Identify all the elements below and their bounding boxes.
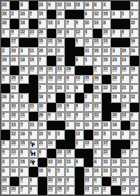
black-cell bbox=[84, 130, 93, 139]
white-cell[interactable]: 26 bbox=[38, 112, 47, 121]
white-cell[interactable]: 12 bbox=[75, 29, 84, 38]
white-cell[interactable]: 9 bbox=[47, 167, 56, 176]
white-cell[interactable]: 6 bbox=[19, 75, 28, 84]
cell-code-number: 24 bbox=[112, 67, 117, 72]
white-cell[interactable]: 15 bbox=[75, 1, 84, 10]
cell-code-number: 5 bbox=[76, 104, 79, 109]
white-cell[interactable]: 8 bbox=[65, 75, 74, 84]
white-cell[interactable]: 23 bbox=[56, 158, 65, 167]
white-cell[interactable]: 8 bbox=[19, 167, 28, 176]
cell-code-number: 9 bbox=[76, 20, 79, 25]
white-cell[interactable]: 4 bbox=[121, 75, 130, 84]
white-cell[interactable]: 15 bbox=[38, 121, 47, 130]
white-cell[interactable]: 15 bbox=[19, 158, 28, 167]
white-cell[interactable]: 14 bbox=[121, 112, 130, 121]
white-cell[interactable]: 3 bbox=[130, 29, 139, 38]
cell-code-number: 7 bbox=[94, 67, 97, 72]
white-cell[interactable]: 23 bbox=[47, 186, 56, 195]
white-cell[interactable]: 4 bbox=[93, 149, 102, 158]
white-cell[interactable]: 9 bbox=[75, 19, 84, 28]
white-cell[interactable]: 12 bbox=[93, 10, 102, 19]
white-cell[interactable]: 4 bbox=[111, 10, 120, 19]
white-cell[interactable]: 16 bbox=[121, 66, 130, 75]
white-cell[interactable]: 7 bbox=[1, 112, 10, 121]
cell-code-number: 10 bbox=[85, 20, 90, 25]
white-cell[interactable]: 15 bbox=[93, 84, 102, 93]
white-cell[interactable]: 18 bbox=[19, 19, 28, 28]
black-cell bbox=[111, 186, 120, 195]
white-cell[interactable]: 13 bbox=[47, 158, 56, 167]
white-cell[interactable]: 14 bbox=[121, 149, 130, 158]
white-cell[interactable]: 25 bbox=[10, 75, 19, 84]
cell-code-number: 16 bbox=[122, 67, 127, 72]
white-cell[interactable]: 4 bbox=[19, 93, 28, 102]
white-cell[interactable]: 6 bbox=[38, 149, 47, 158]
white-cell[interactable]: 8 bbox=[102, 19, 111, 28]
white-cell[interactable]: 6 bbox=[10, 93, 19, 102]
white-cell[interactable]: 7 bbox=[56, 167, 65, 176]
white-cell[interactable]: 16 bbox=[130, 38, 139, 47]
cell-code-number: 8 bbox=[2, 168, 5, 173]
white-cell[interactable]: 13 bbox=[84, 103, 93, 112]
white-cell[interactable]: 23 bbox=[56, 1, 65, 10]
cell-code-number: 15 bbox=[48, 85, 53, 90]
cell-code-number: 22 bbox=[131, 20, 136, 25]
white-cell[interactable]: 4 bbox=[56, 130, 65, 139]
white-cell[interactable]: 5 bbox=[29, 130, 38, 139]
white-cell[interactable]: 18 bbox=[38, 93, 47, 102]
black-cell bbox=[75, 93, 84, 102]
white-cell[interactable]: 6 bbox=[65, 29, 74, 38]
white-cell[interactable]: 21 bbox=[121, 84, 130, 93]
white-cell[interactable]: 1 bbox=[65, 121, 74, 130]
white-cell[interactable]: 13 bbox=[121, 158, 130, 167]
cell-code-number: 21 bbox=[48, 39, 53, 44]
white-cell[interactable]: 25 bbox=[121, 47, 130, 56]
white-cell[interactable]: 11 bbox=[84, 38, 93, 47]
white-cell[interactable]: 4 bbox=[1, 140, 10, 149]
black-cell bbox=[29, 112, 38, 121]
white-cell[interactable]: 24 bbox=[29, 66, 38, 75]
white-cell[interactable]: 5 bbox=[102, 130, 111, 139]
white-cell[interactable]: 22 bbox=[102, 84, 111, 93]
white-cell[interactable]: 2 bbox=[121, 130, 130, 139]
white-cell[interactable]: 15 bbox=[1, 10, 10, 19]
white-cell[interactable]: 14 bbox=[47, 19, 56, 28]
white-cell[interactable]: 8 bbox=[19, 149, 28, 158]
white-cell[interactable]: 6 bbox=[93, 56, 102, 65]
white-cell[interactable]: 2 bbox=[10, 10, 19, 19]
white-cell[interactable]: 6 bbox=[93, 177, 102, 186]
cell-code-number: 23 bbox=[2, 187, 7, 192]
white-cell[interactable]: 4 bbox=[65, 84, 74, 93]
white-cell[interactable]: 5 bbox=[65, 177, 74, 186]
white-cell[interactable]: 19 bbox=[47, 75, 56, 84]
cell-code-number: 4 bbox=[2, 159, 5, 164]
white-cell[interactable]: 13 bbox=[56, 112, 65, 121]
white-cell[interactable]: 20 bbox=[47, 66, 56, 75]
white-cell[interactable]: 15 bbox=[111, 93, 120, 102]
white-cell[interactable]: 20 bbox=[1, 1, 10, 10]
white-cell[interactable]: 4 bbox=[130, 1, 139, 10]
white-cell[interactable]: 5 bbox=[47, 93, 56, 102]
white-cell[interactable]: 13 bbox=[84, 140, 93, 149]
white-cell[interactable]: 9 bbox=[130, 75, 139, 84]
white-cell[interactable]: 24 bbox=[38, 1, 47, 10]
white-cell[interactable]: 9 bbox=[10, 29, 19, 38]
white-cell[interactable]: 19 bbox=[10, 47, 19, 56]
white-cell[interactable]: 7 bbox=[1, 75, 10, 84]
white-cell[interactable]: 11 bbox=[29, 47, 38, 56]
white-cell[interactable]: 21 bbox=[111, 177, 120, 186]
white-cell[interactable]: 16 bbox=[93, 75, 102, 84]
white-cell[interactable]: 26 bbox=[1, 19, 10, 28]
white-cell[interactable]: 15 bbox=[38, 167, 47, 176]
white-cell[interactable]: 4 bbox=[130, 140, 139, 149]
white-cell[interactable]: 6 bbox=[29, 177, 38, 186]
white-cell[interactable]: 25 bbox=[56, 186, 65, 195]
white-cell[interactable]: 9 bbox=[75, 158, 84, 167]
white-cell[interactable]: 8 bbox=[1, 121, 10, 130]
white-cell[interactable]: 23 bbox=[1, 186, 10, 195]
white-cell[interactable]: 2 bbox=[1, 47, 10, 56]
cell-code-number: 23 bbox=[57, 159, 62, 164]
white-cell[interactable]: 14 bbox=[19, 103, 28, 112]
white-cell[interactable]: 10 bbox=[38, 75, 47, 84]
black-cell bbox=[75, 47, 84, 56]
white-cell[interactable]: 23 bbox=[56, 103, 65, 112]
white-cell[interactable]: 24 bbox=[111, 56, 120, 65]
white-cell[interactable]: 15 bbox=[102, 29, 111, 38]
white-cell[interactable]: 8 bbox=[1, 167, 10, 176]
white-cell[interactable]: 12 bbox=[130, 177, 139, 186]
white-cell[interactable]: 23 bbox=[56, 75, 65, 84]
cell-code-number: 13 bbox=[85, 104, 90, 109]
cell-code-number: 14 bbox=[103, 122, 108, 127]
cell-code-number: 5 bbox=[66, 178, 69, 183]
white-cell[interactable]: 16 bbox=[84, 1, 93, 10]
white-cell[interactable]: 23 bbox=[38, 130, 47, 139]
white-cell[interactable]: 15 bbox=[102, 56, 111, 65]
white-cell[interactable]: 6 bbox=[84, 10, 93, 19]
white-cell[interactable]: 10 bbox=[10, 103, 19, 112]
white-cell[interactable]: 4 bbox=[84, 56, 93, 65]
white-cell[interactable]: 17 bbox=[10, 38, 19, 47]
white-cell[interactable]: 16 bbox=[111, 121, 120, 130]
white-cell[interactable]: 23 bbox=[56, 149, 65, 158]
white-cell[interactable]: 24 bbox=[111, 130, 120, 139]
white-cell[interactable]: 4 bbox=[65, 186, 74, 195]
white-cell[interactable]: 12 bbox=[93, 112, 102, 121]
cell-code-number: 4 bbox=[103, 2, 106, 7]
white-cell[interactable]: 10 bbox=[75, 75, 84, 84]
white-cell[interactable]: 16 bbox=[56, 177, 65, 186]
cell-code-number: 14 bbox=[122, 113, 127, 118]
white-cell[interactable]: 25 bbox=[121, 167, 130, 176]
white-cell[interactable]: 4 bbox=[84, 29, 93, 38]
white-cell[interactable]: 21 bbox=[47, 38, 56, 47]
white-cell[interactable]: 20 bbox=[121, 177, 130, 186]
white-cell[interactable]: 15 bbox=[93, 47, 102, 56]
cell-code-number: 8 bbox=[2, 122, 5, 127]
white-cell[interactable]: 25 bbox=[93, 121, 102, 130]
cell-code-number: 22 bbox=[76, 122, 81, 127]
black-cell bbox=[84, 66, 93, 75]
white-cell[interactable]: 25 bbox=[38, 47, 47, 56]
white-cell[interactable]: 12 bbox=[130, 93, 139, 102]
white-cell[interactable]: 7 bbox=[19, 186, 28, 195]
cell-code-number: 7 bbox=[30, 11, 33, 16]
white-cell[interactable]: 4 bbox=[102, 1, 111, 10]
white-cell[interactable]: 24 bbox=[130, 158, 139, 167]
white-cell[interactable]: 15 bbox=[47, 84, 56, 93]
white-cell[interactable]: 19 bbox=[1, 56, 10, 65]
white-cell[interactable]: 24 bbox=[84, 186, 93, 195]
white-cell[interactable]: 3 bbox=[10, 158, 19, 167]
white-cell[interactable]: 4 bbox=[111, 47, 120, 56]
white-cell[interactable]: 22 bbox=[102, 149, 111, 158]
white-cell[interactable]: 7 bbox=[19, 121, 28, 130]
white-cell[interactable]: 7 bbox=[93, 66, 102, 75]
white-cell[interactable]: 11 bbox=[93, 103, 102, 112]
white-cell[interactable]: 6 bbox=[130, 112, 139, 121]
white-cell[interactable]: 20 bbox=[130, 130, 139, 139]
white-cell[interactable]: 20 bbox=[10, 186, 19, 195]
black-cell bbox=[75, 10, 84, 19]
white-cell[interactable]: 10 bbox=[38, 103, 47, 112]
white-cell[interactable]: 15 bbox=[19, 140, 28, 149]
white-cell[interactable]: 11 bbox=[19, 112, 28, 121]
white-cell[interactable]: 18 bbox=[130, 66, 139, 75]
white-cell[interactable]: 24 bbox=[10, 140, 19, 149]
white-cell[interactable]: 8 bbox=[1, 103, 10, 112]
white-cell[interactable]: 21 bbox=[93, 93, 102, 102]
black-cell bbox=[10, 177, 19, 186]
white-cell[interactable]: 9 bbox=[47, 1, 56, 10]
white-cell[interactable]: 7 bbox=[38, 56, 47, 65]
white-cell[interactable]: 15 bbox=[38, 66, 47, 75]
white-cell[interactable]: 14 bbox=[102, 121, 111, 130]
white-cell[interactable]: 18 bbox=[121, 93, 130, 102]
white-cell[interactable]: 7 bbox=[38, 84, 47, 93]
white-cell[interactable]: 6 bbox=[75, 84, 84, 93]
white-cell[interactable]: 24 bbox=[10, 56, 19, 65]
white-cell[interactable]: 24 bbox=[93, 167, 102, 176]
white-cell[interactable]: 13 bbox=[102, 47, 111, 56]
black-cell bbox=[47, 10, 56, 19]
white-cell[interactable]: 4 bbox=[130, 167, 139, 176]
black-cell bbox=[102, 103, 111, 112]
white-cell[interactable]: 10 bbox=[111, 158, 120, 167]
white-cell[interactable]: 18 bbox=[56, 29, 65, 38]
white-cell[interactable]: 3 bbox=[130, 10, 139, 19]
white-cell[interactable]: 18 bbox=[19, 56, 28, 65]
white-cell[interactable]: 3 bbox=[121, 10, 130, 19]
white-cell[interactable]: 20 bbox=[56, 56, 65, 65]
white-cell[interactable]: 13 bbox=[10, 149, 19, 158]
cell-code-number: 3 bbox=[2, 30, 5, 35]
black-cell bbox=[65, 38, 74, 47]
white-cell[interactable]: 15 bbox=[65, 149, 74, 158]
white-cell[interactable]: 6 bbox=[121, 29, 130, 38]
white-cell[interactable]: 24 bbox=[47, 47, 56, 56]
white-cell[interactable]: 7 bbox=[65, 19, 74, 28]
white-cell[interactable]: 4 bbox=[1, 158, 10, 167]
white-cell[interactable]: 4 bbox=[19, 47, 28, 56]
white-cell[interactable]: 7 bbox=[19, 177, 28, 186]
cell-code-number: 16 bbox=[112, 122, 117, 127]
white-cell[interactable]: 20 bbox=[111, 75, 120, 84]
white-cell[interactable]: 5 bbox=[75, 103, 84, 112]
white-cell[interactable]: 23 bbox=[65, 1, 74, 10]
white-cell[interactable]: 3 bbox=[56, 47, 65, 56]
white-cell[interactable]: 10 bbox=[10, 167, 19, 176]
cell-code-number: 15 bbox=[39, 11, 44, 16]
white-cell[interactable]: 10 bbox=[84, 121, 93, 130]
cell-code-number: 11 bbox=[30, 48, 35, 53]
white-cell[interactable]: 26 bbox=[38, 29, 47, 38]
cell-code-number: 12 bbox=[131, 122, 136, 127]
white-cell[interactable]: 6 bbox=[38, 19, 47, 28]
white-cell[interactable]: 12 bbox=[102, 158, 111, 167]
white-cell[interactable]: 24 bbox=[93, 140, 102, 149]
white-cell[interactable]: 6 bbox=[93, 158, 102, 167]
white-cell[interactable]: 11 bbox=[84, 47, 93, 56]
white-cell[interactable]: 15 bbox=[19, 66, 28, 75]
white-cell[interactable]: 1 bbox=[65, 167, 74, 176]
black-cell bbox=[121, 19, 130, 28]
white-cell[interactable]: 4 bbox=[56, 19, 65, 28]
white-cell[interactable]: 9 bbox=[47, 130, 56, 139]
white-cell[interactable]: 15 bbox=[29, 56, 38, 65]
white-cell[interactable]: 11 bbox=[65, 158, 74, 167]
white-cell[interactable]: 3 bbox=[1, 29, 10, 38]
white-cell[interactable]: 24 bbox=[111, 167, 120, 176]
white-cell[interactable]: 24 bbox=[111, 66, 120, 75]
white-cell[interactable]: 13 bbox=[10, 121, 19, 130]
white-cell[interactable]: 23 bbox=[93, 186, 102, 195]
white-cell[interactable]: 6F bbox=[29, 140, 38, 149]
white-cell[interactable]: 22 bbox=[75, 121, 84, 130]
white-cell[interactable]: 12 bbox=[130, 121, 139, 130]
white-cell[interactable]: 15 bbox=[38, 10, 47, 19]
white-cell[interactable]: 4 bbox=[130, 84, 139, 93]
white-cell[interactable]: 20 bbox=[47, 177, 56, 186]
cell-code-number: 2 bbox=[11, 11, 14, 16]
white-cell[interactable]: 14 bbox=[121, 186, 130, 195]
white-cell[interactable]: 23 bbox=[29, 29, 38, 38]
white-cell[interactable]: 20 bbox=[56, 10, 65, 19]
white-cell[interactable]: 18 bbox=[65, 93, 74, 102]
white-cell[interactable]: 7 bbox=[29, 10, 38, 19]
cell-code-number: 7 bbox=[66, 20, 69, 25]
cell-code-number: 10 bbox=[11, 168, 16, 173]
white-cell[interactable]: 12 bbox=[102, 66, 111, 75]
white-cell[interactable]: 24 bbox=[84, 177, 93, 186]
cell-code-number: 12 bbox=[94, 11, 99, 16]
white-cell[interactable]: 12 bbox=[10, 130, 19, 139]
white-cell[interactable]: 8H bbox=[29, 149, 38, 158]
white-cell[interactable]: 5 bbox=[75, 38, 84, 47]
white-cell[interactable]: 11 bbox=[65, 112, 74, 121]
white-cell[interactable]: 20 bbox=[19, 10, 28, 19]
white-cell[interactable]: 26 bbox=[1, 93, 10, 102]
white-cell[interactable]: 15 bbox=[84, 75, 93, 84]
white-cell[interactable]: 8 bbox=[29, 186, 38, 195]
white-cell[interactable]: 13 bbox=[130, 186, 139, 195]
cell-code-number: 14 bbox=[122, 57, 127, 62]
white-cell[interactable]: 6 bbox=[75, 56, 84, 65]
white-cell[interactable]: 16 bbox=[19, 130, 28, 139]
white-cell[interactable]: 16 bbox=[56, 38, 65, 47]
white-cell[interactable]: 20 bbox=[111, 112, 120, 121]
white-cell[interactable]: 23 bbox=[111, 84, 120, 93]
white-cell[interactable]: 24Y bbox=[29, 158, 38, 167]
white-cell[interactable]: 22 bbox=[19, 29, 28, 38]
white-cell[interactable]: 26 bbox=[1, 66, 10, 75]
white-cell[interactable]: 23 bbox=[102, 167, 111, 176]
white-cell[interactable]: 14 bbox=[121, 56, 130, 65]
white-cell[interactable]: 8 bbox=[19, 1, 28, 10]
white-cell[interactable]: 23 bbox=[56, 84, 65, 93]
cell-code-number: 23 bbox=[66, 2, 71, 7]
black-cell bbox=[47, 149, 56, 158]
white-cell[interactable]: 5 bbox=[75, 112, 84, 121]
white-cell[interactable]: 15 bbox=[38, 38, 47, 47]
white-cell[interactable]: 16 bbox=[130, 47, 139, 56]
white-cell[interactable]: 14 bbox=[56, 66, 65, 75]
white-cell[interactable]: 7 bbox=[130, 149, 139, 158]
white-cell[interactable]: 14 bbox=[102, 38, 111, 47]
white-cell[interactable]: 21 bbox=[38, 140, 47, 149]
cell-code-number: 7 bbox=[2, 113, 5, 118]
cell-code-number: 5 bbox=[48, 94, 51, 99]
black-cell bbox=[130, 103, 139, 112]
white-cell[interactable]: 23 bbox=[29, 121, 38, 130]
white-cell[interactable]: 26 bbox=[65, 66, 74, 75]
white-cell[interactable]: 26 bbox=[1, 177, 10, 186]
white-cell[interactable]: 15 bbox=[84, 167, 93, 176]
cell-code-number: 15 bbox=[103, 11, 108, 16]
white-cell[interactable]: 24 bbox=[93, 38, 102, 47]
white-cell[interactable]: 2 bbox=[84, 93, 93, 102]
white-cell[interactable]: 8 bbox=[93, 1, 102, 10]
white-cell[interactable]: 2 bbox=[102, 186, 111, 195]
white-cell[interactable]: 21 bbox=[29, 103, 38, 112]
white-cell[interactable]: 8 bbox=[111, 29, 120, 38]
white-cell[interactable]: 14 bbox=[84, 112, 93, 121]
black-cell bbox=[111, 103, 120, 112]
cell-code-number: 3 bbox=[131, 30, 134, 35]
white-cell[interactable]: 24 bbox=[10, 112, 19, 121]
white-cell[interactable]: 9 bbox=[1, 149, 10, 158]
white-cell[interactable]: 17 bbox=[102, 140, 111, 149]
white-cell[interactable]: 9 bbox=[47, 112, 56, 121]
white-cell[interactable]: 22 bbox=[130, 19, 139, 28]
black-cell bbox=[65, 47, 74, 56]
white-cell[interactable]: 23 bbox=[93, 130, 102, 139]
white-cell[interactable]: 10 bbox=[84, 19, 93, 28]
white-cell[interactable]: 2 bbox=[75, 140, 84, 149]
black-cell bbox=[84, 158, 93, 167]
white-cell[interactable]: 15 bbox=[102, 10, 111, 19]
white-cell[interactable]: 12 bbox=[75, 130, 84, 139]
white-cell[interactable]: 9 bbox=[65, 103, 74, 112]
white-cell[interactable]: 14 bbox=[93, 19, 102, 28]
white-cell[interactable]: 13 bbox=[10, 84, 19, 93]
white-cell[interactable]: 14 bbox=[121, 103, 130, 112]
white-cell[interactable]: 26 bbox=[47, 140, 56, 149]
